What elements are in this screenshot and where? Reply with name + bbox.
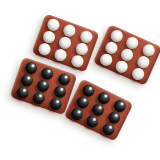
white-marble[interactable]: ○ (53, 48, 68, 63)
white-marble[interactable]: ○ (114, 59, 130, 75)
black-marble[interactable]: ● (68, 106, 84, 122)
white-marble[interactable]: ○ (130, 66, 146, 82)
white-marble[interactable]: ○ (36, 42, 51, 57)
scene: ○○○○○○○○○○○○○○○○○○●●●●●●●●●●●●●●●●●● (0, 0, 160, 160)
black-marble[interactable]: ● (14, 85, 29, 100)
black-marble[interactable]: ● (100, 122, 116, 138)
black-marble[interactable]: ● (31, 91, 46, 106)
white-marble[interactable]: ○ (98, 52, 114, 68)
quadrant-top-right[interactable]: ○○○○○○○○○ (92, 24, 160, 86)
white-marble[interactable]: ○ (69, 54, 84, 69)
black-marble[interactable]: ● (48, 97, 63, 112)
quadrant-bottom-right[interactable]: ●●●●●●●●● (63, 79, 133, 142)
black-marble[interactable]: ● (84, 114, 100, 130)
